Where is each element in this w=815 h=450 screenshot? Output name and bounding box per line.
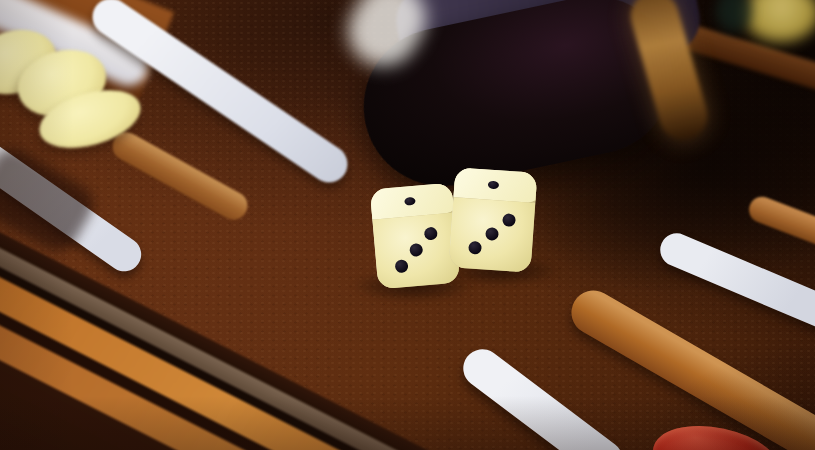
right-die[interactable] xyxy=(449,167,538,272)
backgammon-board-photo xyxy=(0,0,815,450)
left-die[interactable] xyxy=(370,183,460,290)
